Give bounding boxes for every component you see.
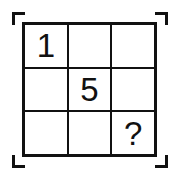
cell-r1c0 <box>24 68 68 112</box>
cell-r2c1 <box>68 111 112 155</box>
puzzle-diagram: 1 5 ? <box>0 0 180 180</box>
cell-r1c1: 5 <box>68 68 112 112</box>
puzzle-grid: 1 5 ? <box>22 22 157 157</box>
cell-r0c1 <box>68 24 112 68</box>
cell-r2c2: ? <box>111 111 155 155</box>
cell-r0c0: 1 <box>24 24 68 68</box>
cell-r1c2 <box>111 68 155 112</box>
cell-r0c2 <box>111 24 155 68</box>
cell-r2c0 <box>24 111 68 155</box>
